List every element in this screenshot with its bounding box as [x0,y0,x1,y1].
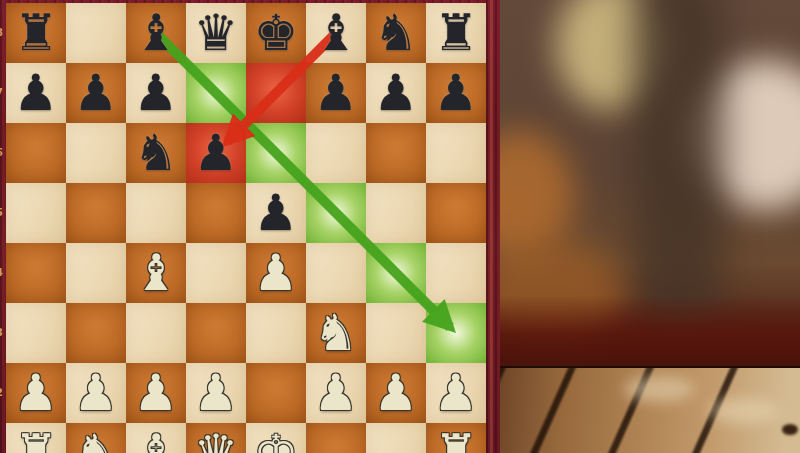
empty-cell [426,303,486,363]
empty-cell [66,183,126,243]
black-pawn-glyph: ♟ [74,63,119,123]
rank-label-2: 2 [0,387,5,398]
white-pawn-glyph: ♟ [314,363,359,423]
plank-seam-1 [507,366,578,453]
piece-black-knight-c6[interactable]: ♞ [126,123,186,183]
black-queen-glyph: ♛ [194,3,239,63]
empty-cell [366,303,426,363]
empty-cell [426,183,486,243]
empty-cell [246,63,306,123]
white-pawn-glyph: ♟ [134,363,179,423]
room-background [494,0,800,453]
empty-cell [126,183,186,243]
dark-red-band [494,295,800,367]
black-pawn-glyph: ♟ [14,63,59,123]
piece-white-pawn-h2[interactable]: ♟ [426,363,486,423]
piece-white-pawn-c2[interactable]: ♟ [126,363,186,423]
white-rook-glyph: ♜ [14,423,59,453]
empty-cell [426,123,486,183]
black-knight-glyph: ♞ [134,123,179,183]
white-queen-glyph: ♛ [194,423,239,453]
blurred-dark-pillar [634,0,724,330]
white-pawn-glyph: ♟ [374,363,419,423]
white-pawn-glyph: ♟ [254,243,299,303]
rank-labels: 8765432 [0,0,6,453]
black-pawn-glyph: ♟ [314,63,359,123]
piece-white-bishop-c1[interactable]: ♝ [126,423,186,453]
white-rook-glyph: ♜ [434,423,479,453]
empty-cell [6,183,66,243]
piece-white-bishop-c4[interactable]: ♝ [126,243,186,303]
wood-knot [782,424,798,435]
empty-cell [186,183,246,243]
piece-black-rook-h8[interactable]: ♜ [426,3,486,63]
empty-cell [186,63,246,123]
black-rook-glyph: ♜ [14,3,59,63]
piece-white-king-e1[interactable]: ♚ [246,423,306,453]
piece-white-rook-a1[interactable]: ♜ [6,423,66,453]
white-pawn-glyph: ♟ [14,363,59,423]
black-king-glyph: ♚ [254,3,299,63]
piece-black-pawn-c7[interactable]: ♟ [126,63,186,123]
rank-label-3: 3 [0,327,5,338]
empty-cell [366,243,426,303]
piece-white-pawn-f2[interactable]: ♟ [306,363,366,423]
rank-label-8: 8 [0,27,5,38]
empty-cell [126,303,186,363]
white-knight-glyph: ♞ [74,423,119,453]
empty-cell [6,243,66,303]
piece-black-pawn-f7[interactable]: ♟ [306,63,366,123]
piece-black-pawn-a7[interactable]: ♟ [6,63,66,123]
white-pawn-glyph: ♟ [434,363,479,423]
white-pawn-glyph: ♟ [74,363,119,423]
black-pawn-glyph: ♟ [194,123,239,183]
empty-cell [306,423,366,453]
empty-cell [66,243,126,303]
empty-cell [366,123,426,183]
piece-white-pawn-e4[interactable]: ♟ [246,243,306,303]
empty-cell [6,303,66,363]
piece-black-pawn-d6[interactable]: ♟ [186,123,246,183]
black-bishop-glyph: ♝ [314,3,359,63]
empty-cell [366,423,426,453]
piece-black-bishop-f8[interactable]: ♝ [306,3,366,63]
black-pawn-glyph: ♟ [254,183,299,243]
empty-cell [306,123,366,183]
empty-cell [306,243,366,303]
white-bishop-glyph: ♝ [134,423,179,453]
black-pawn-glyph: ♟ [374,63,419,123]
piece-black-bishop-c8[interactable]: ♝ [126,3,186,63]
white-knight-glyph: ♞ [314,303,359,363]
empty-cell [186,303,246,363]
wooden-table [494,366,800,453]
white-pawn-glyph: ♟ [194,363,239,423]
piece-white-queen-d1[interactable]: ♛ [186,423,246,453]
rank-label-4: 4 [0,267,5,278]
empty-cell [6,123,66,183]
black-bishop-glyph: ♝ [134,3,179,63]
piece-black-king-e8[interactable]: ♚ [246,3,306,63]
piece-white-pawn-g2[interactable]: ♟ [366,363,426,423]
white-bishop-glyph: ♝ [134,243,179,303]
piece-white-knight-f3[interactable]: ♞ [306,303,366,363]
empty-cell [66,123,126,183]
empty-cell [66,303,126,363]
piece-white-pawn-d2[interactable]: ♟ [186,363,246,423]
empty-cell [246,363,306,423]
empty-cell [306,183,366,243]
empty-cell [426,243,486,303]
empty-cell [186,243,246,303]
black-pawn-glyph: ♟ [134,63,179,123]
black-pawn-glyph: ♟ [434,63,479,123]
pieces-layer: ♜♝♛♚♝♞♜♟♟♟♟♟♟♞♟♟♝♟♞♟♟♟♟♟♟♟♜♞♝♛♚♜ [6,3,486,453]
piece-black-rook-a8[interactable]: ♜ [6,3,66,63]
empty-cell [366,183,426,243]
rank-label-5: 5 [0,207,5,218]
frame-edge-highlight [490,0,493,453]
piece-black-pawn-b7[interactable]: ♟ [66,63,126,123]
piece-white-pawn-a2[interactable]: ♟ [6,363,66,423]
rank-label-6: 6 [0,147,5,158]
piece-black-pawn-e5[interactable]: ♟ [246,183,306,243]
empty-cell [66,3,126,63]
piece-black-queen-d8[interactable]: ♛ [186,3,246,63]
black-knight-glyph: ♞ [374,3,419,63]
piece-black-knight-g8[interactable]: ♞ [366,3,426,63]
piece-white-knight-b1[interactable]: ♞ [66,423,126,453]
piece-white-pawn-b2[interactable]: ♟ [66,363,126,423]
empty-cell [246,123,306,183]
wood-wear-spot-1 [709,398,779,424]
piece-white-rook-h1[interactable]: ♜ [426,423,486,453]
piece-black-pawn-h7[interactable]: ♟ [426,63,486,123]
white-king-glyph: ♚ [254,423,299,453]
wood-wear-spot-0 [624,376,694,402]
piece-black-pawn-g7[interactable]: ♟ [366,63,426,123]
video-frame: 8765432 ♜♝♛♚♝♞♜♟♟♟♟♟♟♞♟♟♝♟♞♟♟♟♟♟♟♟♜♞♝♛♚♜ [0,0,800,453]
black-rook-glyph: ♜ [434,3,479,63]
rank-label-7: 7 [0,87,5,98]
empty-cell [246,303,306,363]
